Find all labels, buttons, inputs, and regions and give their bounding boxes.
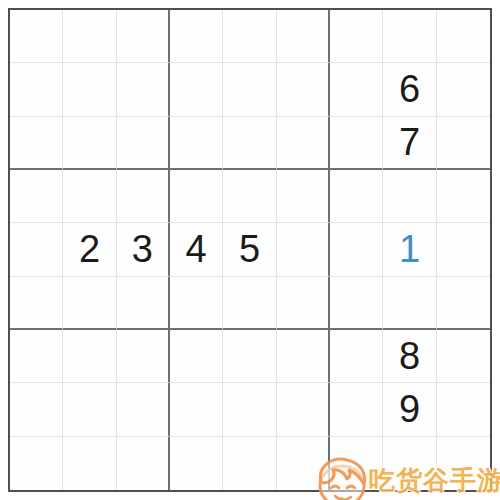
cell-r3c1[interactable] bbox=[10, 117, 63, 170]
cell-r8c4[interactable] bbox=[170, 383, 223, 436]
cell-r1c7[interactable] bbox=[330, 10, 383, 63]
cell-r6c9[interactable] bbox=[437, 277, 490, 330]
cell-r3c7[interactable] bbox=[330, 117, 383, 170]
cell-r8c8[interactable]: 9 bbox=[383, 383, 436, 436]
cell-r4c5[interactable] bbox=[223, 170, 276, 223]
cell-r5c3[interactable]: 3 bbox=[117, 223, 170, 276]
cell-r5c1[interactable] bbox=[10, 223, 63, 276]
cell-r8c6[interactable] bbox=[277, 383, 330, 436]
cell-r9c6[interactable] bbox=[277, 437, 330, 490]
cell-r2c8[interactable]: 6 bbox=[383, 63, 436, 116]
cell-r6c5[interactable] bbox=[223, 277, 276, 330]
cell-r4c2[interactable] bbox=[63, 170, 116, 223]
cell-r9c7[interactable] bbox=[330, 437, 383, 490]
cell-r3c8[interactable]: 7 bbox=[383, 117, 436, 170]
cell-r4c9[interactable] bbox=[437, 170, 490, 223]
cell-r5c8[interactable]: 1 bbox=[383, 223, 436, 276]
cell-r3c9[interactable] bbox=[437, 117, 490, 170]
cell-r1c8[interactable] bbox=[383, 10, 436, 63]
cell-r8c1[interactable] bbox=[10, 383, 63, 436]
cell-r2c3[interactable] bbox=[117, 63, 170, 116]
cell-r4c4[interactable] bbox=[170, 170, 223, 223]
cell-r2c2[interactable] bbox=[63, 63, 116, 116]
cell-r6c3[interactable] bbox=[117, 277, 170, 330]
cell-r7c8[interactable]: 8 bbox=[383, 330, 436, 383]
cell-r6c7[interactable] bbox=[330, 277, 383, 330]
cell-r8c2[interactable] bbox=[63, 383, 116, 436]
cell-r4c6[interactable] bbox=[277, 170, 330, 223]
cell-r7c1[interactable] bbox=[10, 330, 63, 383]
cell-r7c9[interactable] bbox=[437, 330, 490, 383]
cell-r2c9[interactable] bbox=[437, 63, 490, 116]
cell-r4c7[interactable] bbox=[330, 170, 383, 223]
cell-r7c6[interactable] bbox=[277, 330, 330, 383]
cell-r9c5[interactable] bbox=[223, 437, 276, 490]
cell-r3c2[interactable] bbox=[63, 117, 116, 170]
cell-r4c1[interactable] bbox=[10, 170, 63, 223]
sudoku-screen: 672345189 吃货谷手游 bbox=[0, 0, 500, 500]
cell-r6c4[interactable] bbox=[170, 277, 223, 330]
cell-r2c7[interactable] bbox=[330, 63, 383, 116]
cell-r8c5[interactable] bbox=[223, 383, 276, 436]
cell-r1c3[interactable] bbox=[117, 10, 170, 63]
cell-r5c2[interactable]: 2 bbox=[63, 223, 116, 276]
cell-r2c1[interactable] bbox=[10, 63, 63, 116]
cell-r3c5[interactable] bbox=[223, 117, 276, 170]
cell-r1c4[interactable] bbox=[170, 10, 223, 63]
cell-r2c6[interactable] bbox=[277, 63, 330, 116]
cell-r3c6[interactable] bbox=[277, 117, 330, 170]
cell-r5c5[interactable]: 5 bbox=[223, 223, 276, 276]
cell-r6c6[interactable] bbox=[277, 277, 330, 330]
cell-r2c5[interactable] bbox=[223, 63, 276, 116]
cell-r8c9[interactable] bbox=[437, 383, 490, 436]
cell-r2c4[interactable] bbox=[170, 63, 223, 116]
cell-r1c6[interactable] bbox=[277, 10, 330, 63]
cell-r5c4[interactable]: 4 bbox=[170, 223, 223, 276]
cell-r9c1[interactable] bbox=[10, 437, 63, 490]
cell-r9c8[interactable] bbox=[383, 437, 436, 490]
cell-r4c8[interactable] bbox=[383, 170, 436, 223]
cell-r5c6[interactable] bbox=[277, 223, 330, 276]
cell-r1c1[interactable] bbox=[10, 10, 63, 63]
cell-r5c9[interactable] bbox=[437, 223, 490, 276]
cell-r9c4[interactable] bbox=[170, 437, 223, 490]
sudoku-board: 672345189 bbox=[8, 8, 492, 492]
cell-r9c3[interactable] bbox=[117, 437, 170, 490]
cell-r8c3[interactable] bbox=[117, 383, 170, 436]
cell-r7c5[interactable] bbox=[223, 330, 276, 383]
cell-r4c3[interactable] bbox=[117, 170, 170, 223]
cell-r1c5[interactable] bbox=[223, 10, 276, 63]
cell-r3c4[interactable] bbox=[170, 117, 223, 170]
cell-r9c9[interactable] bbox=[437, 437, 490, 490]
cell-r7c4[interactable] bbox=[170, 330, 223, 383]
cell-r7c3[interactable] bbox=[117, 330, 170, 383]
cell-r1c9[interactable] bbox=[437, 10, 490, 63]
cell-r6c1[interactable] bbox=[10, 277, 63, 330]
cell-r6c2[interactable] bbox=[63, 277, 116, 330]
cell-r1c2[interactable] bbox=[63, 10, 116, 63]
cell-r9c2[interactable] bbox=[63, 437, 116, 490]
cell-r8c7[interactable] bbox=[330, 383, 383, 436]
cell-r6c8[interactable] bbox=[383, 277, 436, 330]
cell-r7c7[interactable] bbox=[330, 330, 383, 383]
cell-r5c7[interactable] bbox=[330, 223, 383, 276]
cell-r3c3[interactable] bbox=[117, 117, 170, 170]
cell-r7c2[interactable] bbox=[63, 330, 116, 383]
